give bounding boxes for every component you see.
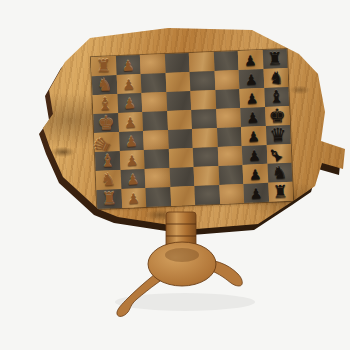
product-photo-scene: ♜♟♟♜♞♟♟♞♝♟♟♝♚♟♟♚♛♟♟♛♝♟♟♝♞♟♟♞♜♟♟♜ <box>0 0 350 350</box>
hub-top-shading <box>165 248 199 262</box>
pedestal-base <box>0 0 350 350</box>
